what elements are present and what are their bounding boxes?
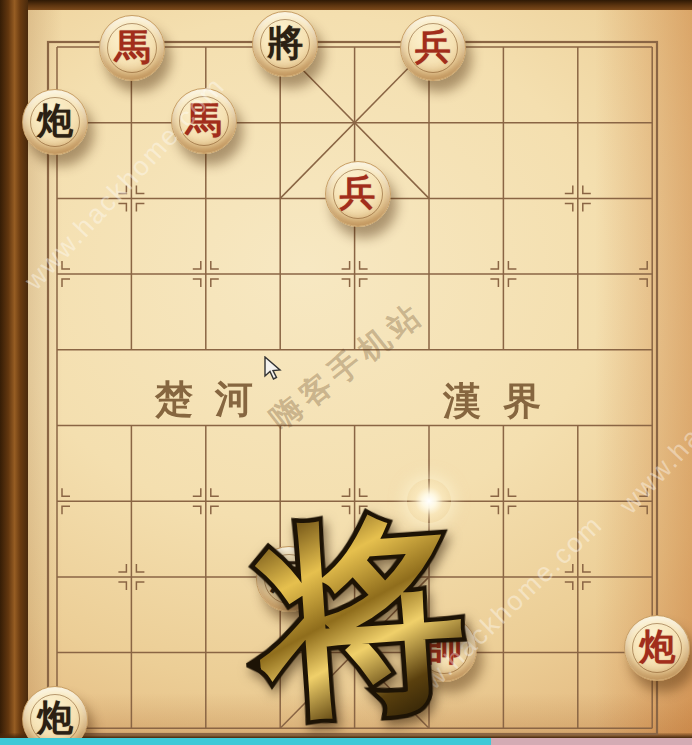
piece-black-general[interactable]: 將	[252, 11, 318, 77]
piece-glyph: 馬	[114, 29, 150, 65]
piece-black-horse[interactable]: 馬	[256, 546, 322, 612]
river-label-chu-he: 楚河	[130, 374, 300, 425]
piece-glyph: 馬	[271, 560, 307, 596]
piece-glyph: 炮	[37, 103, 73, 139]
piece-red-soldier[interactable]: 兵	[325, 161, 391, 227]
piece-glyph: 兵	[340, 175, 376, 211]
piece-red-general[interactable]: 帥	[411, 616, 477, 682]
piece-glyph: 炮	[639, 629, 675, 665]
progress-bar-remaining	[491, 738, 692, 745]
xiangqi-board-screenshot: 楚河 漢界 馬將兵炮馬兵馬帥炮炮 将 将 www.hackhome.com 嗨客…	[0, 0, 692, 745]
progress-bar-elapsed	[0, 738, 491, 745]
piece-black-cannon[interactable]: 炮	[22, 686, 88, 745]
piece-red-cannon[interactable]: 炮	[624, 615, 690, 681]
piece-glyph: 兵	[415, 29, 451, 65]
piece-glyph: 將	[267, 25, 303, 61]
piece-red-horse[interactable]: 馬	[99, 15, 165, 81]
board-grid-lines	[0, 0, 692, 745]
video-progress-bar[interactable]	[0, 738, 692, 745]
piece-red-horse[interactable]: 馬	[171, 88, 237, 154]
piece-glyph: 炮	[37, 700, 73, 736]
move-glow-effect	[407, 479, 451, 523]
board-wood-edge-top	[0, 0, 692, 10]
watermark-url-bottom-right: www.hackhome.com	[372, 495, 624, 740]
watermark-url-right-edge: www.hackhome.com	[600, 280, 692, 535]
piece-glyph: 帥	[426, 630, 462, 666]
river-label-han-jie: 漢界	[418, 376, 588, 427]
piece-glyph: 馬	[186, 102, 222, 138]
piece-black-cannon[interactable]: 炮	[22, 89, 88, 155]
piece-red-soldier[interactable]: 兵	[400, 15, 466, 81]
